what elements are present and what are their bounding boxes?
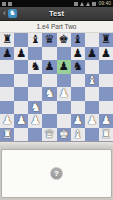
square-c1[interactable] — [28, 128, 42, 142]
square-f6[interactable]: ♞ — [71, 60, 85, 74]
square-b1[interactable] — [14, 128, 28, 142]
piece-white-pawn: ♟ — [14, 114, 28, 128]
square-e4[interactable]: ♟ — [57, 87, 71, 101]
back-button[interactable]: ‹ — [3, 7, 6, 20]
square-a6[interactable] — [0, 60, 14, 74]
square-a3[interactable] — [0, 101, 14, 115]
piece-black-rook: ♜ — [99, 33, 113, 47]
piece-black-king: ♚ — [57, 33, 71, 47]
square-d5[interactable] — [42, 74, 56, 88]
piece-black-pawn: ♟ — [14, 47, 28, 61]
piece-white-rook: ♜ — [99, 128, 113, 142]
square-c2[interactable]: ♟ — [28, 114, 42, 128]
piece-white-pawn: ♟ — [0, 114, 14, 128]
piece-white-pawn: ♟ — [57, 87, 71, 101]
usb-icon — [2, 2, 6, 6]
square-h7[interactable]: ♟ — [99, 47, 113, 61]
question-panel: ? — [1, 149, 112, 198]
piece-white-pawn: ♟ — [28, 114, 42, 128]
square-g7[interactable]: ♟ — [85, 47, 99, 61]
clock-text: 09:40 — [98, 0, 111, 7]
app-knight-icon[interactable]: ♞ — [8, 9, 17, 18]
square-g5[interactable]: ♝ — [85, 74, 99, 88]
square-h5[interactable] — [99, 74, 113, 88]
piece-white-bishop: ♝ — [85, 74, 99, 88]
square-a1[interactable]: ♜ — [0, 128, 14, 142]
piece-black-pawn: ♟ — [71, 47, 85, 61]
square-c8[interactable]: ♝ — [28, 33, 42, 47]
square-b6[interactable] — [14, 60, 28, 74]
square-h3[interactable] — [99, 101, 113, 115]
square-c6[interactable]: ♞ — [28, 60, 42, 74]
square-b2[interactable]: ♟ — [14, 114, 28, 128]
square-d2[interactable] — [42, 114, 56, 128]
square-g3[interactable] — [85, 101, 99, 115]
square-d3[interactable] — [42, 101, 56, 115]
piece-black-pawn: ♟ — [85, 47, 99, 61]
square-g1[interactable] — [85, 128, 99, 142]
square-e6[interactable]: ♟ — [57, 60, 71, 74]
square-d7[interactable] — [42, 47, 56, 61]
square-h8[interactable]: ♜ — [99, 33, 113, 47]
square-e3[interactable] — [57, 101, 71, 115]
piece-black-knight: ♞ — [28, 60, 42, 74]
piece-black-bishop: ♝ — [28, 33, 42, 47]
chess-board[interactable]: ♜♝♛♚♝♜♟♟♟♟♟♞♟♟♞♝♞♟♞♟♟♟♟♟♟♜♛♚♝♜ — [0, 33, 113, 141]
square-h2[interactable]: ♟ — [99, 114, 113, 128]
piece-black-rook: ♜ — [0, 33, 14, 47]
piece-white-pawn: ♟ — [99, 114, 113, 128]
vibrate-icon — [74, 2, 78, 6]
square-e1[interactable]: ♚ — [57, 128, 71, 142]
square-b3[interactable] — [14, 101, 28, 115]
square-f2[interactable]: ♟ — [71, 114, 85, 128]
square-f5[interactable] — [71, 74, 85, 88]
square-e2[interactable] — [57, 114, 71, 128]
piece-white-knight: ♞ — [42, 87, 56, 101]
square-f4[interactable] — [71, 87, 85, 101]
square-a2[interactable]: ♟ — [0, 114, 14, 128]
help-button[interactable]: ? — [50, 167, 63, 180]
piece-white-pawn: ♟ — [85, 114, 99, 128]
piece-black-pawn: ♟ — [57, 60, 71, 74]
square-f8[interactable]: ♝ — [71, 33, 85, 47]
square-h6[interactable] — [99, 60, 113, 74]
piece-white-bishop: ♝ — [71, 128, 85, 142]
piece-black-pawn: ♟ — [42, 60, 56, 74]
square-c5[interactable] — [28, 74, 42, 88]
square-h1[interactable]: ♜ — [99, 128, 113, 142]
square-f3[interactable] — [71, 101, 85, 115]
square-b8[interactable] — [14, 33, 28, 47]
piece-white-queen: ♛ — [42, 128, 56, 142]
screenshot-icon — [8, 2, 12, 6]
piece-black-pawn: ♟ — [99, 47, 113, 61]
piece-white-rook: ♜ — [0, 128, 14, 142]
square-c3[interactable]: ♞ — [28, 101, 42, 115]
square-c7[interactable] — [28, 47, 42, 61]
piece-white-pawn: ♟ — [71, 114, 85, 128]
square-a4[interactable] — [0, 87, 14, 101]
square-d1[interactable]: ♛ — [42, 128, 56, 142]
status-bar: 09:40 — [0, 0, 113, 7]
square-a5[interactable] — [0, 74, 14, 88]
square-d4[interactable]: ♞ — [42, 87, 56, 101]
square-g2[interactable]: ♟ — [85, 114, 99, 128]
square-b7[interactable]: ♟ — [14, 47, 28, 61]
piece-white-king: ♚ — [57, 128, 71, 142]
lesson-subtitle: 1.e4 Part Two — [0, 21, 113, 33]
square-e7[interactable] — [57, 47, 71, 61]
square-e8[interactable]: ♚ — [57, 33, 71, 47]
board-panel-divider — [0, 141, 113, 149]
square-b5[interactable] — [14, 74, 28, 88]
square-g8[interactable] — [85, 33, 99, 47]
signal-icon — [86, 2, 90, 6]
square-d6[interactable]: ♟ — [42, 60, 56, 74]
square-b4[interactable] — [14, 87, 28, 101]
app-screen: 09:40 ‹ ♞ Test 1.e4 Part Two ♜♝♛♚♝♜♟♟♟♟♟… — [0, 0, 113, 200]
piece-white-knight: ♞ — [28, 101, 42, 115]
piece-black-pawn: ♟ — [0, 47, 14, 61]
square-g6[interactable] — [85, 60, 99, 74]
square-c4[interactable] — [28, 87, 42, 101]
square-a7[interactable]: ♟ — [0, 47, 14, 61]
piece-black-knight: ♞ — [71, 60, 85, 74]
square-a8[interactable]: ♜ — [0, 33, 14, 47]
action-bar: ‹ ♞ Test — [0, 7, 113, 21]
piece-black-queen: ♛ — [42, 33, 56, 47]
wifi-icon — [80, 2, 84, 6]
battery-icon — [92, 2, 96, 6]
piece-black-bishop: ♝ — [71, 33, 85, 47]
square-d8[interactable]: ♛ — [42, 33, 56, 47]
square-f1[interactable]: ♝ — [71, 128, 85, 142]
square-f7[interactable]: ♟ — [71, 47, 85, 61]
square-h4[interactable] — [99, 87, 113, 101]
square-e5[interactable] — [57, 74, 71, 88]
square-g4[interactable] — [85, 87, 99, 101]
